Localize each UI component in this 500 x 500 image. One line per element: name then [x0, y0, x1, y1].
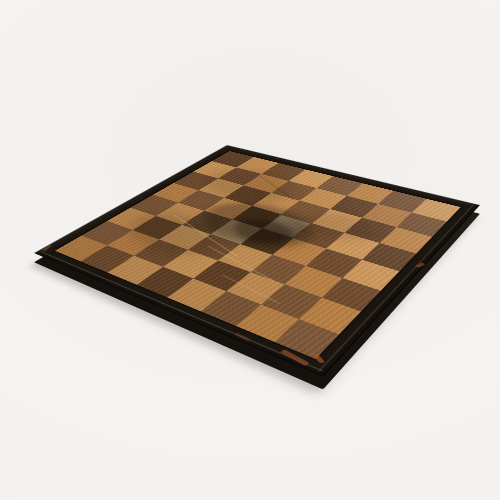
wear-mark [42, 245, 52, 251]
chessboard [34, 145, 480, 377]
checkerboard-field [55, 151, 461, 359]
photo-background [0, 0, 500, 500]
